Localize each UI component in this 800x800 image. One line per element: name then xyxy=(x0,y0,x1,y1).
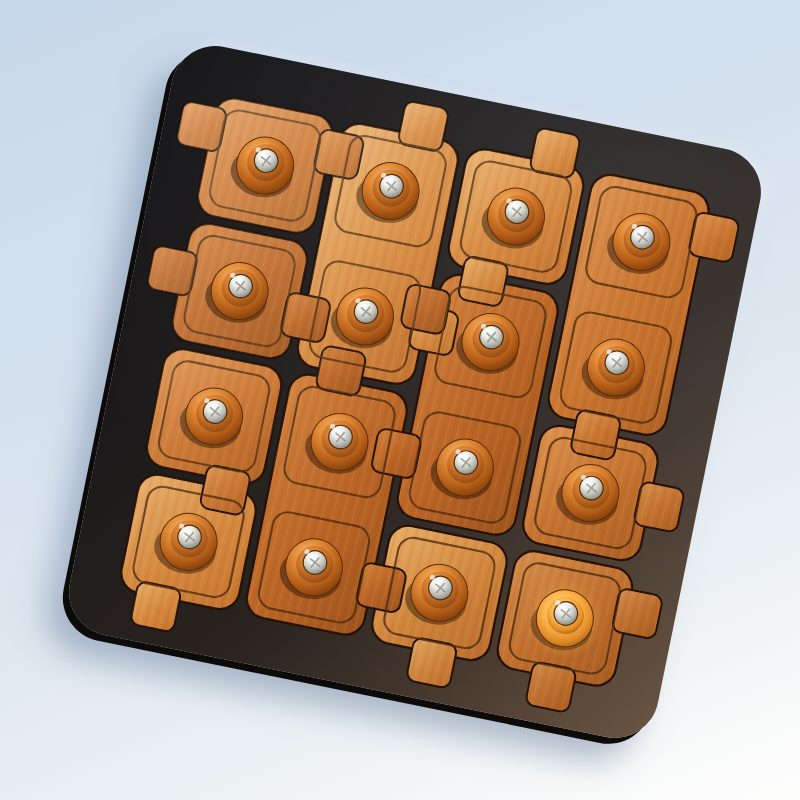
puzzle-tray xyxy=(61,38,769,746)
puzzle-board-svg xyxy=(61,38,769,746)
